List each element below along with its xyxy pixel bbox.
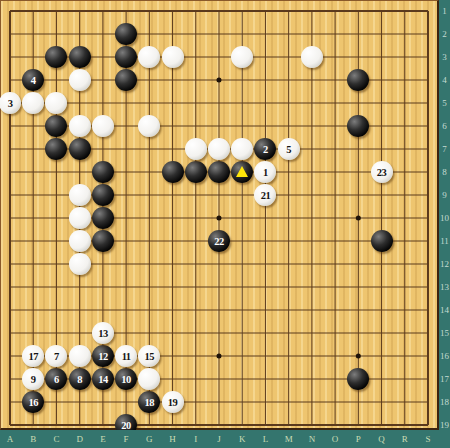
stone-black: 2 (254, 138, 276, 160)
move-number-label: 12 (92, 345, 114, 367)
column-label: Q (374, 434, 390, 444)
row-label: 7 (439, 144, 450, 155)
move-number-label: 17 (22, 345, 44, 367)
stone-white: 5 (278, 138, 300, 160)
stone-white: 17 (22, 345, 44, 367)
stone-white (231, 46, 253, 68)
stone-black: 22 (208, 230, 230, 252)
row-label: 5 (439, 98, 450, 109)
column-label: P (350, 434, 366, 444)
stone-white (69, 69, 91, 91)
stone-white (69, 184, 91, 206)
column-label: R (397, 434, 413, 444)
go-kifu-diagram: 4222126814101618203512321131771115919 AB… (0, 0, 450, 448)
stone-black: 12 (92, 345, 114, 367)
stone-white (22, 92, 44, 114)
row-label: 14 (439, 305, 450, 316)
column-label: F (118, 434, 134, 444)
stone-black: 16 (22, 391, 44, 413)
move-number-label: 1 (254, 161, 276, 183)
triangle-marker-icon (236, 166, 248, 177)
row-label: 10 (439, 213, 450, 224)
move-number-label: 13 (92, 322, 114, 344)
stone-white (69, 230, 91, 252)
stone-black (231, 161, 253, 183)
stones-layer: 4222126814101618203512321131771115919 (0, 0, 439, 430)
stone-black (45, 115, 67, 137)
row-label: 2 (439, 29, 450, 40)
row-label: 1 (439, 6, 450, 17)
move-number-label: 6 (45, 368, 67, 390)
stone-black: 8 (69, 368, 91, 390)
column-label: S (420, 434, 436, 444)
stone-black: 6 (45, 368, 67, 390)
column-label: E (95, 434, 111, 444)
stone-white: 3 (0, 92, 21, 114)
move-number-label: 11 (115, 345, 137, 367)
move-number-label: 8 (69, 368, 91, 390)
stone-white (92, 115, 114, 137)
move-number-label: 10 (115, 368, 137, 390)
move-number-label: 15 (138, 345, 160, 367)
column-labels-strip: ABCDEFGHIJKLMNOPQRS (0, 430, 450, 448)
move-number-label: 9 (22, 368, 44, 390)
stone-white: 13 (92, 322, 114, 344)
stone-black (45, 138, 67, 160)
stone-white (138, 115, 160, 137)
stone-white: 23 (371, 161, 393, 183)
stone-black (371, 230, 393, 252)
row-label: 17 (439, 374, 450, 385)
stone-black (115, 69, 137, 91)
row-label: 19 (439, 420, 450, 431)
stone-black (185, 161, 207, 183)
stone-white: 21 (254, 184, 276, 206)
row-label: 16 (439, 351, 450, 362)
stone-black (208, 161, 230, 183)
stone-white (301, 46, 323, 68)
column-label: I (188, 434, 204, 444)
stone-white: 19 (162, 391, 184, 413)
stone-black: 18 (138, 391, 160, 413)
move-number-label: 3 (0, 92, 21, 114)
move-number-label: 21 (254, 184, 276, 206)
column-label: O (327, 434, 343, 444)
stone-white (69, 253, 91, 275)
move-number-label: 5 (278, 138, 300, 160)
row-label: 6 (439, 121, 450, 132)
stone-black (347, 115, 369, 137)
stone-white (69, 345, 91, 367)
stone-black (92, 161, 114, 183)
move-number-label: 7 (45, 345, 67, 367)
stone-black (92, 184, 114, 206)
move-number-label: 22 (208, 230, 230, 252)
row-label: 4 (439, 75, 450, 86)
row-label: 13 (439, 282, 450, 293)
stone-white: 7 (45, 345, 67, 367)
stone-black (115, 23, 137, 45)
move-number-label: 23 (371, 161, 393, 183)
stone-black (92, 230, 114, 252)
row-label: 8 (439, 167, 450, 178)
stone-white (231, 138, 253, 160)
column-label: L (257, 434, 273, 444)
column-label: H (165, 434, 181, 444)
stone-black: 4 (22, 69, 44, 91)
stone-white: 1 (254, 161, 276, 183)
stone-white (138, 46, 160, 68)
move-number-label: 19 (162, 391, 184, 413)
column-label: J (211, 434, 227, 444)
move-number-label: 2 (254, 138, 276, 160)
stone-black (162, 161, 184, 183)
stone-black: 10 (115, 368, 137, 390)
stone-black (347, 368, 369, 390)
row-label: 3 (439, 52, 450, 63)
stone-white (138, 368, 160, 390)
move-number-label: 14 (92, 368, 114, 390)
row-label: 12 (439, 259, 450, 270)
stone-white (208, 138, 230, 160)
move-number-label: 4 (22, 69, 44, 91)
stone-black (92, 207, 114, 229)
row-label: 15 (439, 328, 450, 339)
stone-white (69, 115, 91, 137)
column-label: N (304, 434, 320, 444)
stone-white (69, 207, 91, 229)
stone-white: 9 (22, 368, 44, 390)
row-labels-strip: 12345678910111213141516171819 (439, 0, 450, 448)
stone-white: 15 (138, 345, 160, 367)
column-label: G (141, 434, 157, 444)
row-label: 9 (439, 190, 450, 201)
column-label: K (234, 434, 250, 444)
stone-white: 11 (115, 345, 137, 367)
column-label: A (2, 434, 18, 444)
stone-black (45, 46, 67, 68)
row-label: 11 (439, 236, 450, 247)
column-label: D (72, 434, 88, 444)
stone-black (115, 46, 137, 68)
column-label: B (25, 434, 41, 444)
move-number-label: 18 (138, 391, 160, 413)
move-number-label: 16 (22, 391, 44, 413)
row-label: 18 (439, 397, 450, 408)
stone-black (69, 138, 91, 160)
stone-black (347, 69, 369, 91)
stone-white (45, 92, 67, 114)
stone-black (69, 46, 91, 68)
stone-white (185, 138, 207, 160)
stone-black: 14 (92, 368, 114, 390)
column-label: C (48, 434, 64, 444)
column-label: M (281, 434, 297, 444)
stone-white (162, 46, 184, 68)
